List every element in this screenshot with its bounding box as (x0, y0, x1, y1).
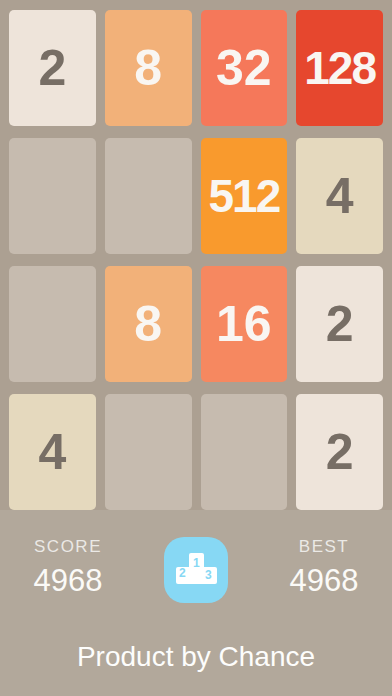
score-block: SCORE 4968 (26, 537, 110, 599)
tile-r4c2 (105, 394, 192, 510)
tile-r2c3: 512 (201, 138, 288, 254)
tile-r1c4: 128 (296, 10, 383, 126)
tile-r4c4: 2 (296, 394, 383, 510)
tile-r2c2 (105, 138, 192, 254)
game-screen: 2 8 32 128 512 4 8 16 2 4 2 SCORE 4968 2… (0, 0, 392, 696)
2048-board[interactable]: 2 8 32 128 512 4 8 16 2 4 2 (0, 0, 392, 510)
score-label: SCORE (26, 537, 110, 557)
podium-digit-3: 3 (205, 569, 212, 581)
tile-r3c2: 8 (105, 266, 192, 382)
score-row: SCORE 4968 2 1 3 BEST 4968 (0, 510, 392, 603)
tile-r1c3: 32 (201, 10, 288, 126)
tile-r3c1 (9, 266, 96, 382)
tile-r2c1 (9, 138, 96, 254)
tile-r3c3: 16 (201, 266, 288, 382)
tile-r1c2: 8 (105, 10, 192, 126)
bottom-panel: SCORE 4968 2 1 3 BEST 4968 Product by Ch… (0, 510, 392, 696)
footer-credit-text: Product by Chance (0, 641, 392, 673)
tile-r4c3 (201, 394, 288, 510)
best-label: BEST (282, 537, 366, 557)
best-block: BEST 4968 (282, 537, 366, 599)
podium-digit-2: 2 (179, 567, 186, 579)
tile-r1c1: 2 (9, 10, 96, 126)
best-value: 4968 (282, 563, 366, 599)
podium-digit-1: 1 (193, 557, 200, 569)
tile-r3c4: 2 (296, 266, 383, 382)
podium-leaderboard-icon[interactable]: 2 1 3 (164, 537, 228, 603)
tile-r4c1: 4 (9, 394, 96, 510)
tile-r2c4: 4 (296, 138, 383, 254)
score-value: 4968 (26, 563, 110, 599)
